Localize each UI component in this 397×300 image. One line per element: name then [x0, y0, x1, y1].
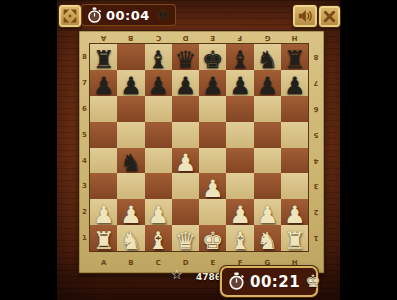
square-d1[interactable]: ♛: [172, 225, 199, 251]
square-g7[interactable]: ♟: [254, 70, 281, 96]
square-e1[interactable]: ♚: [199, 225, 226, 251]
white-rook-a1[interactable]: ♜: [93, 229, 115, 253]
white-pawn-c2[interactable]: ♟: [147, 203, 169, 227]
white-pawn-h2[interactable]: ♟: [284, 203, 306, 227]
square-c2[interactable]: ♟: [145, 199, 172, 225]
sound-button[interactable]: [292, 4, 318, 28]
square-a2[interactable]: ♟: [90, 199, 117, 225]
coord-label-1: 1: [309, 225, 323, 251]
white-king-icon: ♚: [305, 273, 320, 290]
square-d3[interactable]: [172, 173, 199, 199]
white-pawn-a2[interactable]: ♟: [93, 203, 115, 227]
coord-label-a: A: [90, 32, 117, 44]
white-pawn-d4[interactable]: ♟: [175, 151, 197, 175]
white-clock-time: 00:21: [250, 273, 300, 291]
square-a1[interactable]: ♜: [90, 225, 117, 251]
white-pawn-g2[interactable]: ♟: [257, 203, 279, 227]
fullscreen-button[interactable]: [58, 4, 82, 28]
square-f6[interactable]: [226, 96, 253, 122]
square-b4[interactable]: ♞: [117, 148, 144, 174]
square-g3[interactable]: [254, 173, 281, 199]
square-h2[interactable]: ♟: [281, 199, 308, 225]
black-clock-time: 00:04: [106, 8, 150, 23]
square-b6[interactable]: [117, 96, 144, 122]
square-g2[interactable]: ♟: [254, 199, 281, 225]
close-button[interactable]: [318, 5, 341, 28]
square-f5[interactable]: [226, 122, 253, 148]
square-f1[interactable]: ♝: [226, 225, 253, 251]
square-f4[interactable]: [226, 148, 253, 174]
square-d5[interactable]: [172, 122, 199, 148]
coord-label-8: 8: [309, 44, 323, 70]
coord-label-c: C: [145, 32, 172, 44]
square-h5[interactable]: [281, 122, 308, 148]
white-pawn-f2[interactable]: ♟: [229, 203, 251, 227]
white-bishop-f1[interactable]: ♝: [229, 229, 251, 253]
score-value: 4786: [196, 272, 221, 282]
board-grid: ♜♝♛♚♝♞♜♟♟♟♟♟♟♟♟♞♟♟♟♟♟♟♟♟♜♞♝♛♚♝♞♜: [90, 44, 308, 251]
square-e4[interactable]: [199, 148, 226, 174]
coord-label-h: H: [281, 32, 308, 44]
square-e3[interactable]: ♟: [199, 173, 226, 199]
black-pawn-e7[interactable]: ♟: [202, 74, 224, 98]
black-king-icon: ♚: [157, 8, 170, 23]
coord-label-f: F: [226, 32, 253, 44]
square-d2[interactable]: [172, 199, 199, 225]
square-c5[interactable]: [145, 122, 172, 148]
coord-label-2: 2: [309, 199, 323, 225]
square-e8[interactable]: ♚: [199, 44, 226, 70]
coord-label-g: G: [254, 32, 281, 44]
square-c8[interactable]: ♝: [145, 44, 172, 70]
square-a3[interactable]: [90, 173, 117, 199]
square-a8[interactable]: ♜: [90, 44, 117, 70]
square-g8[interactable]: ♞: [254, 44, 281, 70]
black-knight-b4[interactable]: ♞: [120, 151, 142, 175]
square-f3[interactable]: [226, 173, 253, 199]
black-rook-h8[interactable]: ♜: [284, 48, 306, 72]
black-clock-panel: 00:04 ♚: [81, 4, 176, 26]
square-a4[interactable]: [90, 148, 117, 174]
coord-label-8: 8: [79, 44, 90, 70]
star-outline-icon: ☆: [171, 268, 183, 281]
square-c3[interactable]: [145, 173, 172, 199]
square-e2[interactable]: [199, 199, 226, 225]
white-knight-g1[interactable]: ♞: [257, 229, 279, 253]
black-pawn-h7[interactable]: ♟: [284, 74, 306, 98]
square-b1[interactable]: ♞: [117, 225, 144, 251]
square-h3[interactable]: [281, 173, 308, 199]
square-c6[interactable]: [145, 96, 172, 122]
square-f7[interactable]: ♟: [226, 70, 253, 96]
black-bishop-f8[interactable]: ♝: [229, 48, 251, 72]
white-clock-panel: 00:21 ♚: [220, 266, 318, 297]
screenshot-stage: 00:04 ♚: [0, 0, 397, 300]
square-d4[interactable]: ♟: [172, 148, 199, 174]
square-c4[interactable]: [145, 148, 172, 174]
square-a6[interactable]: [90, 96, 117, 122]
black-queen-d8[interactable]: ♛: [175, 48, 197, 72]
square-h4[interactable]: [281, 148, 308, 174]
coord-label-b: B: [117, 32, 144, 44]
coord-label-d: D: [172, 32, 199, 44]
coord-label-5: 5: [309, 122, 323, 148]
white-bishop-c1[interactable]: ♝: [147, 229, 169, 253]
speaker-icon: [297, 9, 313, 23]
square-h7[interactable]: ♟: [281, 70, 308, 96]
coord-label-c: C: [145, 255, 172, 271]
chess-board-frame: ABCDEFGH 87654321 87654321 ABCDEFGH ♜♝♛♚…: [78, 30, 325, 274]
square-b2[interactable]: ♟: [117, 199, 144, 225]
file-labels-top: ABCDEFGH: [90, 32, 308, 44]
square-a5[interactable]: [90, 122, 117, 148]
square-h1[interactable]: ♜: [281, 225, 308, 251]
rank-labels-left: 87654321: [79, 44, 90, 251]
game-area: 00:04 ♚: [57, 0, 340, 300]
black-knight-g8[interactable]: ♞: [257, 48, 279, 72]
coord-label-5: 5: [79, 122, 90, 148]
rank-labels-right: 87654321: [309, 44, 323, 251]
square-h6[interactable]: [281, 96, 308, 122]
square-g4[interactable]: [254, 148, 281, 174]
black-pawn-b7[interactable]: ♟: [120, 74, 142, 98]
black-pawn-a7[interactable]: ♟: [93, 74, 115, 98]
coord-label-4: 4: [309, 148, 323, 174]
square-d6[interactable]: [172, 96, 199, 122]
coord-label-7: 7: [79, 70, 90, 96]
square-g6[interactable]: [254, 96, 281, 122]
square-f8[interactable]: ♝: [226, 44, 253, 70]
square-g1[interactable]: ♞: [254, 225, 281, 251]
square-b5[interactable]: [117, 122, 144, 148]
coord-label-3: 3: [79, 173, 90, 199]
white-pawn-b2[interactable]: ♟: [120, 203, 142, 227]
coord-label-e: E: [199, 32, 226, 44]
coord-label-7: 7: [309, 70, 323, 96]
square-e6[interactable]: [199, 96, 226, 122]
square-d8[interactable]: ♛: [172, 44, 199, 70]
coord-label-6: 6: [309, 96, 323, 122]
square-e5[interactable]: [199, 122, 226, 148]
black-pawn-f7[interactable]: ♟: [229, 74, 251, 98]
black-pawn-c7[interactable]: ♟: [147, 74, 169, 98]
square-c7[interactable]: ♟: [145, 70, 172, 96]
coord-label-6: 6: [79, 96, 90, 122]
black-pawn-d7[interactable]: ♟: [175, 74, 197, 98]
white-knight-b1[interactable]: ♞: [120, 229, 142, 253]
stopwatch-icon: [87, 7, 102, 24]
white-rook-h1[interactable]: ♜: [284, 229, 306, 253]
square-b3[interactable]: [117, 173, 144, 199]
black-bishop-c8[interactable]: ♝: [147, 48, 169, 72]
square-d7[interactable]: ♟: [172, 70, 199, 96]
square-e7[interactable]: ♟: [199, 70, 226, 96]
square-a7[interactable]: ♟: [90, 70, 117, 96]
coord-label-4: 4: [79, 148, 90, 174]
coord-label-1: 1: [79, 225, 90, 251]
square-b8[interactable]: [117, 44, 144, 70]
white-pawn-e3[interactable]: ♟: [202, 177, 224, 201]
coord-label-a: A: [90, 255, 117, 271]
coord-label-2: 2: [79, 199, 90, 225]
square-b7[interactable]: ♟: [117, 70, 144, 96]
black-rook-a8[interactable]: ♜: [93, 48, 115, 72]
black-pawn-g7[interactable]: ♟: [257, 74, 279, 98]
coord-label-b: B: [117, 255, 144, 271]
square-h8[interactable]: ♜: [281, 44, 308, 70]
white-queen-d1[interactable]: ♛: [175, 229, 197, 253]
expand-arrows-icon: [62, 8, 78, 24]
square-c1[interactable]: ♝: [145, 225, 172, 251]
coord-label-3: 3: [309, 173, 323, 199]
square-g5[interactable]: [254, 122, 281, 148]
black-king-e8[interactable]: ♚: [202, 48, 224, 72]
stopwatch-icon: [228, 272, 245, 291]
close-x-icon: [323, 10, 336, 23]
white-king-e1[interactable]: ♚: [202, 229, 224, 253]
square-f2[interactable]: ♟: [226, 199, 253, 225]
